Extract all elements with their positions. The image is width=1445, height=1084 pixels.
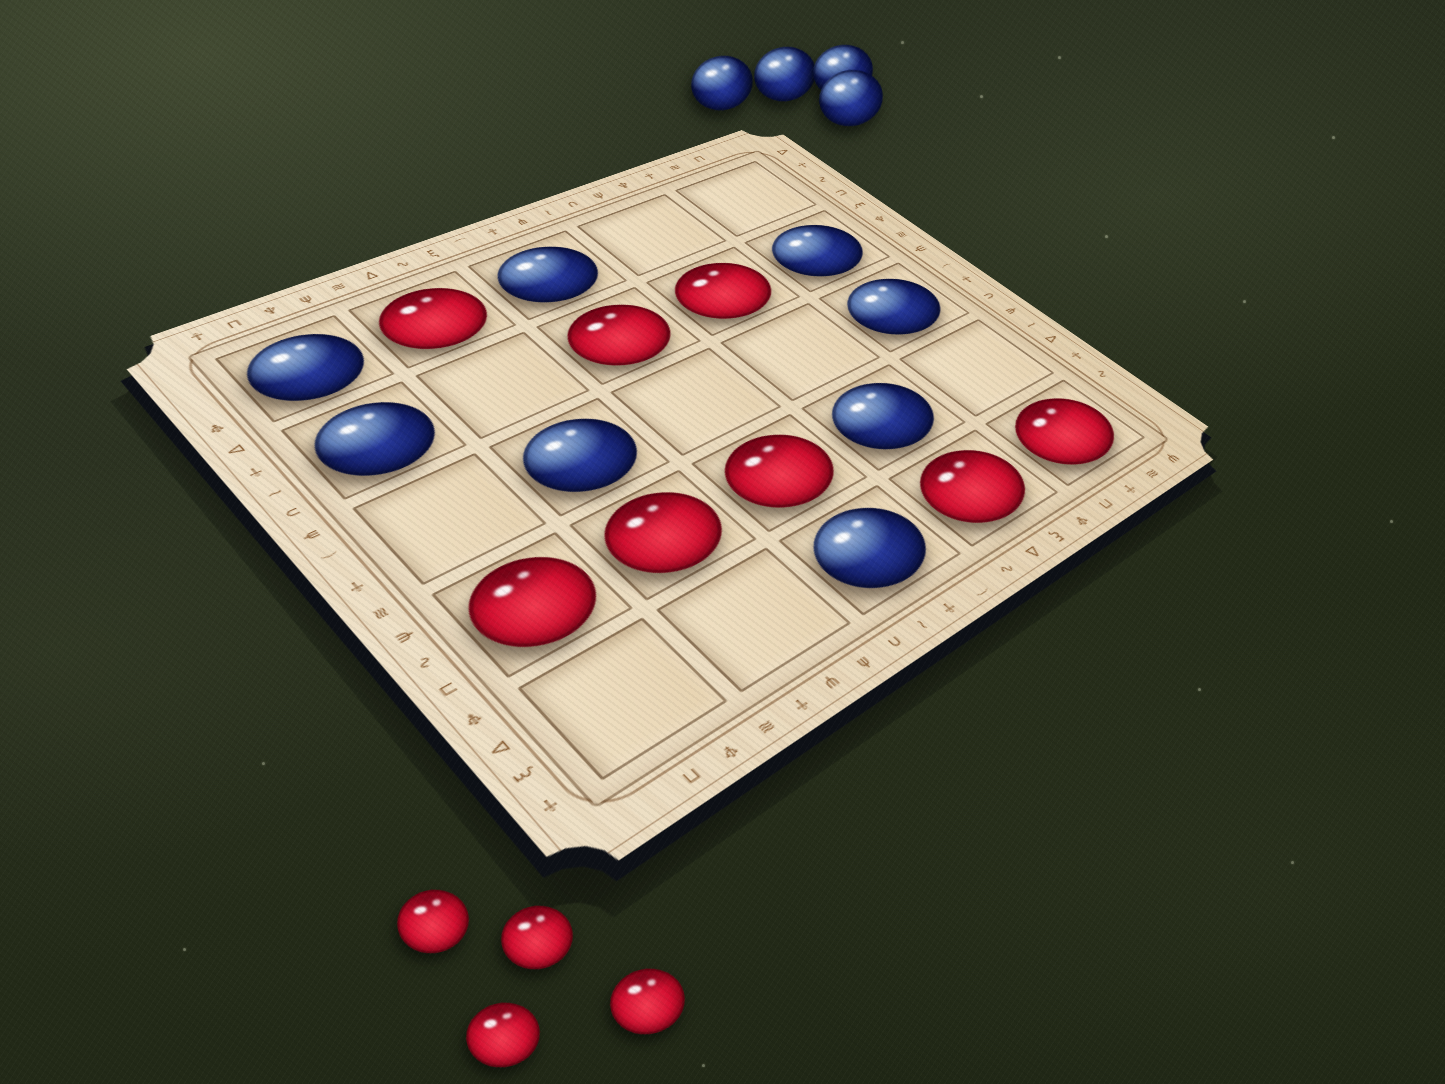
blue-gem-offboard-1[interactable]: [685, 49, 758, 116]
red-gem-offboard-2[interactable]: [494, 898, 579, 977]
blue-gem-offboard-2[interactable]: [748, 40, 821, 107]
table-felt: ☥ ⊓ ♆ ψ ≋ Δ ∿ ξ ⌒ ☥ ⋔ ≀ ∩ ψ ♆ ☥ ≋ ⊓ Δ ☥ …: [0, 0, 1445, 1084]
seega-board: ☥ ⊓ ♆ ψ ≋ Δ ∿ ξ ⌒ ☥ ⋔ ≀ ∩ ψ ♆ ☥ ≋ ⊓ Δ ☥ …: [110, 122, 1235, 890]
red-gem-offboard-3[interactable]: [603, 960, 691, 1041]
red-gem-offboard-1[interactable]: [390, 882, 475, 961]
red-gem-offboard-4[interactable]: [459, 995, 546, 1075]
